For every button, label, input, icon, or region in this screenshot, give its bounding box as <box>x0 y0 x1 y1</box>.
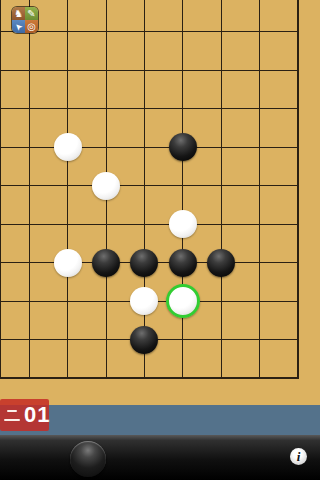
stone-white-last-move[interactable] <box>166 284 200 318</box>
turn-indicator-black-stone[interactable] <box>70 441 106 477</box>
stones-layer <box>0 0 320 405</box>
info-button[interactable]: i <box>290 448 307 465</box>
stone-white[interactable] <box>54 133 82 161</box>
bottom-toolbar <box>0 435 320 480</box>
stone-black[interactable] <box>130 249 158 277</box>
stone-black[interactable] <box>169 249 197 277</box>
stone-black[interactable] <box>130 326 158 354</box>
chess-knight-icon: ♞ <box>12 7 25 20</box>
stone-black[interactable] <box>92 249 120 277</box>
app-screen: 01 ♞ ✎ ➤ ◎ i <box>0 0 320 480</box>
level-badge: 01 <box>0 399 49 431</box>
rocket-icon: ➤ <box>12 20 25 33</box>
badge-problem-number: 01 <box>24 400 50 430</box>
stone-white[interactable] <box>54 249 82 277</box>
stone-black[interactable] <box>169 133 197 161</box>
go-board[interactable] <box>0 0 320 405</box>
badge-cjk-two-glyph <box>4 408 20 423</box>
stone-white[interactable] <box>130 287 158 315</box>
target-icon: ◎ <box>25 20 38 33</box>
app-menu-button[interactable]: ♞ ✎ ➤ ◎ <box>12 7 38 33</box>
stone-white[interactable] <box>92 172 120 200</box>
stone-black[interactable] <box>207 249 235 277</box>
pencil-icon: ✎ <box>25 7 38 20</box>
stone-white[interactable] <box>169 210 197 238</box>
